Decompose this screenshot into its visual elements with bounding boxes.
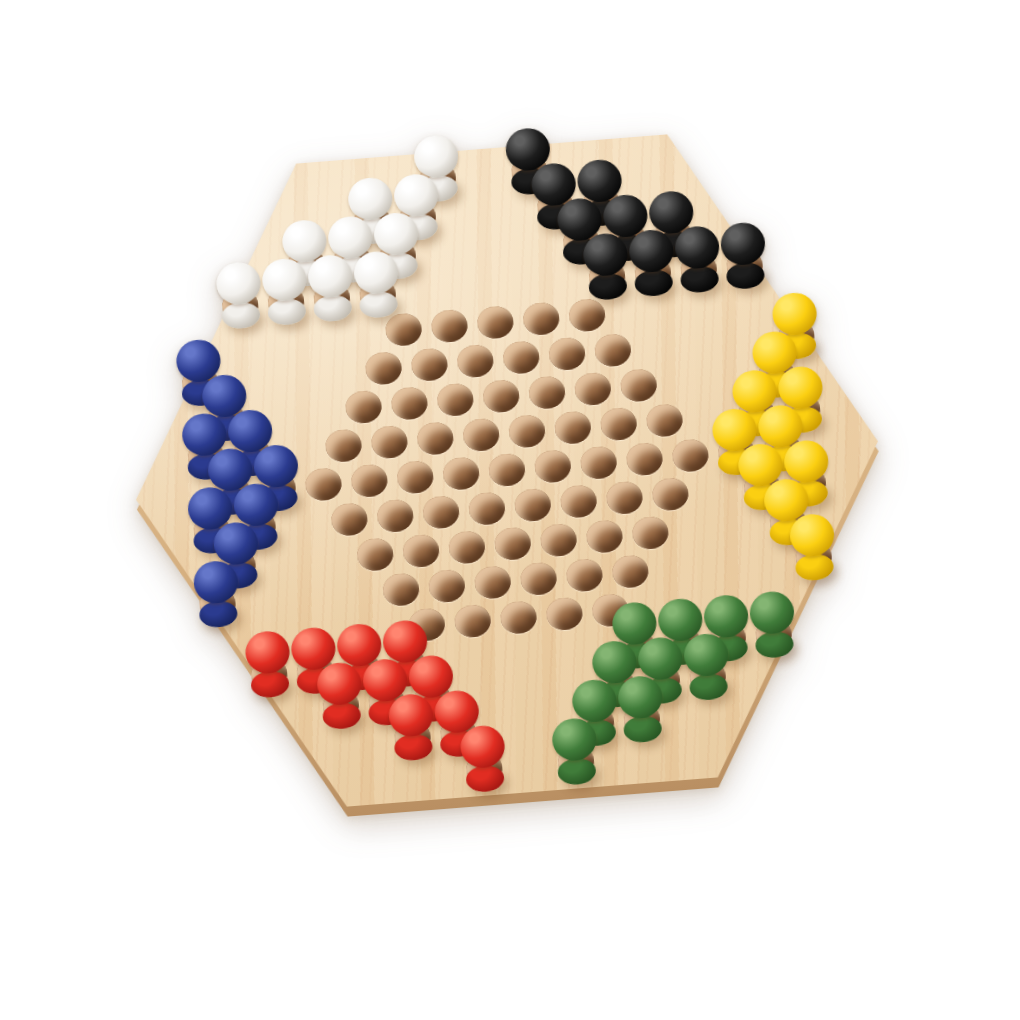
peg-white[interactable]	[214, 261, 265, 330]
peg-white[interactable]	[351, 250, 402, 319]
peg-red[interactable]	[458, 724, 509, 793]
peg-green[interactable]	[682, 632, 733, 701]
peg-white[interactable]	[306, 254, 357, 323]
peg-black[interactable]	[581, 232, 632, 301]
peg-red[interactable]	[243, 630, 294, 699]
peg-green[interactable]	[747, 590, 798, 659]
board	[111, 120, 903, 821]
peg-red[interactable]	[386, 693, 437, 762]
peg-black[interactable]	[627, 228, 678, 297]
peg-green[interactable]	[550, 717, 601, 786]
product-photo-scene	[0, 0, 1020, 1020]
peg-black[interactable]	[673, 225, 724, 294]
peg-yellow[interactable]	[787, 513, 838, 582]
peg-blue[interactable]	[191, 559, 242, 628]
pegs-layer	[111, 120, 903, 821]
peg-red[interactable]	[315, 661, 366, 730]
peg-black[interactable]	[718, 221, 769, 290]
peg-green[interactable]	[616, 675, 667, 744]
peg-white[interactable]	[260, 257, 311, 326]
